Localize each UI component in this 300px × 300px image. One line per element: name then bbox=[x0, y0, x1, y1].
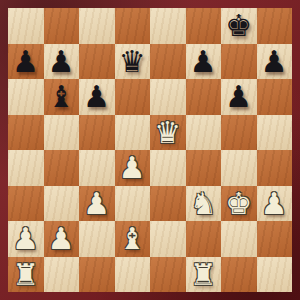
square-c4[interactable] bbox=[79, 150, 115, 186]
square-f8[interactable] bbox=[186, 8, 222, 44]
square-e3[interactable] bbox=[150, 186, 186, 222]
square-f6[interactable] bbox=[186, 79, 222, 115]
square-c6[interactable]: ♟ bbox=[79, 79, 115, 115]
square-b8[interactable] bbox=[44, 8, 80, 44]
square-c3[interactable]: ♟ bbox=[79, 186, 115, 222]
square-f1[interactable]: ♜ bbox=[186, 257, 222, 293]
square-a6[interactable] bbox=[8, 79, 44, 115]
square-h6[interactable] bbox=[257, 79, 293, 115]
square-a8[interactable] bbox=[8, 8, 44, 44]
square-d1[interactable] bbox=[115, 257, 151, 293]
white-pawn: ♟ bbox=[12, 221, 39, 256]
square-d2[interactable]: ♝ bbox=[115, 221, 151, 257]
square-f4[interactable] bbox=[186, 150, 222, 186]
square-h8[interactable] bbox=[257, 8, 293, 44]
square-c1[interactable] bbox=[79, 257, 115, 293]
square-g3[interactable]: ♚ bbox=[221, 186, 257, 222]
black-bishop: ♝ bbox=[48, 79, 75, 114]
white-rook: ♜ bbox=[190, 257, 217, 292]
square-a4[interactable] bbox=[8, 150, 44, 186]
white-pawn: ♟ bbox=[83, 186, 110, 221]
black-pawn: ♟ bbox=[225, 79, 252, 114]
square-e7[interactable] bbox=[150, 44, 186, 80]
square-d5[interactable] bbox=[115, 115, 151, 151]
black-pawn: ♟ bbox=[83, 79, 110, 114]
black-king: ♚ bbox=[225, 8, 252, 43]
white-bishop: ♝ bbox=[119, 221, 146, 256]
square-e5[interactable]: ♛ bbox=[150, 115, 186, 151]
square-b4[interactable] bbox=[44, 150, 80, 186]
square-d7[interactable]: ♛ bbox=[115, 44, 151, 80]
square-g7[interactable] bbox=[221, 44, 257, 80]
black-pawn: ♟ bbox=[190, 44, 217, 79]
square-g8[interactable]: ♚ bbox=[221, 8, 257, 44]
chess-board: ♚♟♟♛♟♟♝♟♟♛♟♟♞♚♟♟♟♝♜♜ bbox=[8, 8, 292, 292]
black-queen: ♛ bbox=[119, 44, 146, 79]
square-e6[interactable] bbox=[150, 79, 186, 115]
white-knight: ♞ bbox=[190, 186, 217, 221]
square-a3[interactable] bbox=[8, 186, 44, 222]
square-h7[interactable]: ♟ bbox=[257, 44, 293, 80]
white-rook: ♜ bbox=[12, 257, 39, 292]
square-a7[interactable]: ♟ bbox=[8, 44, 44, 80]
square-d6[interactable] bbox=[115, 79, 151, 115]
square-f3[interactable]: ♞ bbox=[186, 186, 222, 222]
square-g1[interactable] bbox=[221, 257, 257, 293]
white-queen: ♛ bbox=[154, 115, 181, 150]
square-h5[interactable] bbox=[257, 115, 293, 151]
black-pawn: ♟ bbox=[12, 44, 39, 79]
square-g5[interactable] bbox=[221, 115, 257, 151]
square-b2[interactable]: ♟ bbox=[44, 221, 80, 257]
square-d4[interactable]: ♟ bbox=[115, 150, 151, 186]
chess-board-frame: ♚♟♟♛♟♟♝♟♟♛♟♟♞♚♟♟♟♝♜♜ bbox=[0, 0, 300, 300]
square-b5[interactable] bbox=[44, 115, 80, 151]
square-d3[interactable] bbox=[115, 186, 151, 222]
square-e8[interactable] bbox=[150, 8, 186, 44]
square-h4[interactable] bbox=[257, 150, 293, 186]
square-c8[interactable] bbox=[79, 8, 115, 44]
square-g6[interactable]: ♟ bbox=[221, 79, 257, 115]
square-d8[interactable] bbox=[115, 8, 151, 44]
square-b7[interactable]: ♟ bbox=[44, 44, 80, 80]
black-pawn: ♟ bbox=[261, 44, 288, 79]
white-pawn: ♟ bbox=[119, 150, 146, 185]
white-king: ♚ bbox=[225, 186, 252, 221]
square-h1[interactable] bbox=[257, 257, 293, 293]
square-a5[interactable] bbox=[8, 115, 44, 151]
square-c7[interactable] bbox=[79, 44, 115, 80]
white-pawn: ♟ bbox=[261, 186, 288, 221]
white-pawn: ♟ bbox=[48, 221, 75, 256]
square-a1[interactable]: ♜ bbox=[8, 257, 44, 293]
square-e2[interactable] bbox=[150, 221, 186, 257]
square-f7[interactable]: ♟ bbox=[186, 44, 222, 80]
square-b3[interactable] bbox=[44, 186, 80, 222]
black-pawn: ♟ bbox=[48, 44, 75, 79]
square-h2[interactable] bbox=[257, 221, 293, 257]
square-g4[interactable] bbox=[221, 150, 257, 186]
square-c5[interactable] bbox=[79, 115, 115, 151]
square-g2[interactable] bbox=[221, 221, 257, 257]
square-e4[interactable] bbox=[150, 150, 186, 186]
square-f2[interactable] bbox=[186, 221, 222, 257]
square-f5[interactable] bbox=[186, 115, 222, 151]
square-b1[interactable] bbox=[44, 257, 80, 293]
square-c2[interactable] bbox=[79, 221, 115, 257]
square-e1[interactable] bbox=[150, 257, 186, 293]
square-b6[interactable]: ♝ bbox=[44, 79, 80, 115]
square-h3[interactable]: ♟ bbox=[257, 186, 293, 222]
square-a2[interactable]: ♟ bbox=[8, 221, 44, 257]
